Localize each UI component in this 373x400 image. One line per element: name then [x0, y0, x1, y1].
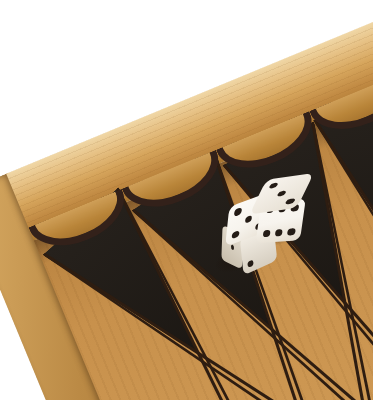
die-pip — [247, 259, 253, 268]
die-right[interactable] — [253, 177, 321, 247]
die-pip — [262, 230, 271, 238]
die-pip — [244, 214, 252, 223]
die-pip — [234, 207, 242, 216]
die-pip — [275, 229, 284, 237]
die-pip — [285, 198, 296, 205]
die-pip — [268, 182, 279, 189]
die-pip — [287, 228, 296, 236]
die-pip — [231, 230, 239, 239]
die-pip — [276, 190, 287, 197]
photo-scene — [0, 0, 373, 400]
